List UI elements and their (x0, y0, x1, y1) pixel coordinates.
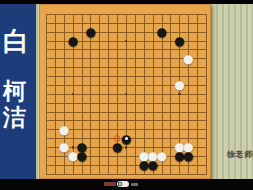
white-stone: ● (157, 152, 166, 161)
black-stone: ● (77, 152, 86, 161)
white-color-label: 白 (3, 28, 29, 54)
white-stone: ● (175, 81, 184, 90)
caption-right-blur (131, 183, 138, 187)
star-point (125, 40, 127, 42)
black-stone: ● (157, 28, 166, 37)
black-stone: ● (122, 134, 131, 143)
player-toggle[interactable] (117, 181, 129, 187)
black-stone: ● (175, 37, 184, 46)
white-player-name: 柯洁 (3, 78, 30, 131)
black-stone: ● (184, 152, 193, 161)
black-stone: ● (148, 161, 157, 170)
star-point (125, 146, 127, 148)
last-move-marker (125, 137, 128, 140)
black-stone: ● (113, 143, 122, 152)
go-board: ●●●●●●●●●●●●●●●●●●●●●● (39, 4, 212, 179)
white-stone: ● (60, 125, 69, 134)
black-stone: ● (86, 28, 95, 37)
star-point (125, 93, 127, 95)
letterbox-top (0, 0, 253, 4)
star-point (72, 93, 74, 95)
player-sidebar: 白 柯洁 (0, 4, 36, 179)
video-control-bar (0, 179, 253, 190)
watermark-text: 徐老师围棋 (227, 149, 253, 160)
caption-left-blur (104, 182, 116, 186)
star-point (178, 93, 180, 95)
star-point (72, 146, 74, 148)
video-frame: 白 柯洁 徐老师围棋 ●●●●●●●●●●●●●●●●●●●●●● (0, 0, 253, 190)
white-stone: ● (184, 54, 193, 63)
black-stone: ● (68, 37, 77, 46)
stones-grid: ●●●●●●●●●●●●●●●●●●●●●● (42, 10, 211, 178)
toggle-knob-icon (118, 182, 122, 186)
